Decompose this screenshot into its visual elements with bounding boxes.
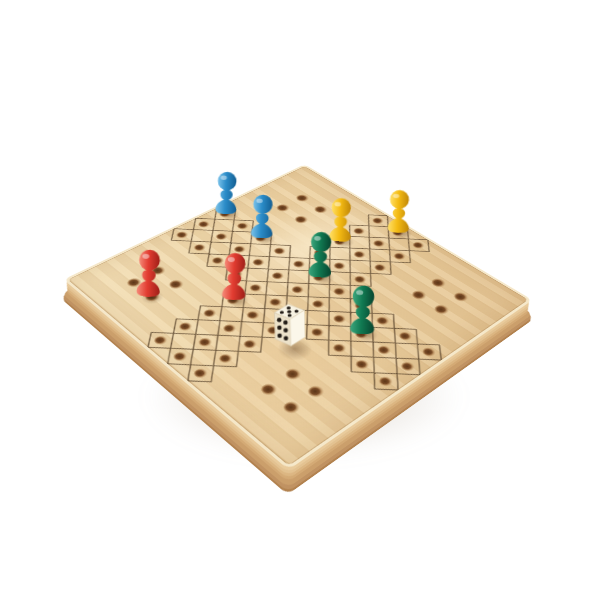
board-top (63, 164, 532, 470)
ludo-board (63, 164, 532, 470)
perspective-scene (0, 0, 610, 610)
camera-tilt (0, 0, 610, 610)
product-photo-ludo (0, 0, 610, 610)
